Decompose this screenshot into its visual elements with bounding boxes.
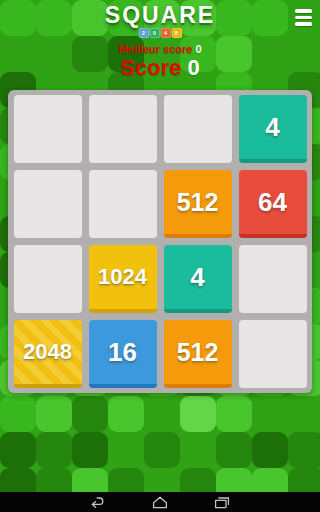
logo-tiles: 2048: [0, 28, 320, 38]
android-navbar: [0, 492, 320, 512]
tile-4: 4: [164, 245, 232, 313]
tile-1024: 1024: [89, 245, 157, 313]
empty-cell: [164, 95, 232, 163]
score-value: 0: [187, 55, 199, 80]
logo-tile-2: 2: [139, 28, 149, 38]
home-icon[interactable]: [150, 494, 170, 510]
hamburger-icon: [295, 9, 312, 13]
empty-cell: [239, 320, 307, 388]
best-score: Meilleur score0: [0, 43, 320, 55]
tile-2048: 2048: [14, 320, 82, 388]
header: SQUARE 2048 Meilleur score0 Score0: [0, 0, 320, 80]
tile-64: 64: [239, 170, 307, 238]
app-title: SQUARE: [0, 5, 320, 26]
empty-cell: [89, 95, 157, 163]
logo-tile-4: 4: [161, 28, 171, 38]
empty-cell: [14, 170, 82, 238]
best-score-label: Meilleur score: [118, 43, 192, 55]
recents-icon[interactable]: [212, 494, 232, 510]
score: Score0: [0, 56, 320, 80]
board[interactable]: 45126410244204816512: [8, 90, 312, 393]
back-icon[interactable]: [88, 494, 108, 510]
empty-cell: [14, 95, 82, 163]
score-label: Score: [120, 55, 181, 80]
empty-cell: [14, 245, 82, 313]
menu-button[interactable]: [293, 7, 314, 28]
tile-16: 16: [89, 320, 157, 388]
empty-cell: [89, 170, 157, 238]
tile-512: 512: [164, 170, 232, 238]
empty-cell: [239, 245, 307, 313]
logo-tile-0: 0: [150, 28, 160, 38]
best-score-value: 0: [195, 43, 201, 55]
tile-512: 512: [164, 320, 232, 388]
logo-tile-8: 8: [172, 28, 182, 38]
tile-4: 4: [239, 95, 307, 163]
